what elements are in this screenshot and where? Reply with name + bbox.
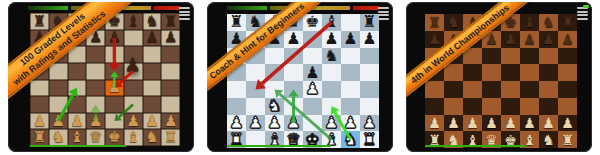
square-f7: ♟ bbox=[520, 31, 539, 48]
square-h6 bbox=[360, 48, 379, 65]
square-e3 bbox=[303, 98, 322, 115]
piece-white-pawn: ♟ bbox=[466, 116, 479, 130]
square-g1: ♞ bbox=[143, 129, 162, 146]
square-e4 bbox=[501, 81, 520, 98]
piece-black-pawn: ♟ bbox=[523, 32, 536, 46]
square-a8: ♜ bbox=[425, 14, 444, 31]
square-c4 bbox=[463, 81, 482, 98]
square-c2: ♟ bbox=[463, 115, 482, 132]
square-e3 bbox=[501, 98, 520, 115]
piece-black-pawn: ♟ bbox=[125, 56, 142, 75]
square-g5 bbox=[143, 63, 162, 80]
square-f6 bbox=[520, 48, 539, 65]
piece-white-rook: ♜ bbox=[164, 130, 177, 145]
square-g7: ♟ bbox=[341, 31, 360, 48]
piece-black-rook: ♜ bbox=[164, 14, 177, 29]
square-f3 bbox=[322, 98, 341, 115]
piece-white-pawn: ♟ bbox=[126, 114, 139, 129]
square-a4 bbox=[227, 81, 246, 98]
square-h8: ♜ bbox=[558, 14, 577, 31]
square-b2: ♟ bbox=[444, 115, 463, 132]
piece-black-knight: ♞ bbox=[542, 15, 555, 29]
piece-white-rook: ♜ bbox=[561, 133, 574, 147]
square-a3 bbox=[425, 98, 444, 115]
square-c5 bbox=[265, 64, 284, 81]
square-g7: ♟ bbox=[143, 30, 162, 47]
square-f4 bbox=[520, 81, 539, 98]
square-h2: ♟ bbox=[360, 115, 379, 132]
square-h6 bbox=[161, 46, 180, 63]
square-e4: ♟ bbox=[303, 81, 322, 98]
square-f2: ♟ bbox=[520, 115, 539, 132]
square-h3 bbox=[558, 98, 577, 115]
square-f8: ♝ bbox=[124, 13, 143, 30]
piece-black-pawn: ♟ bbox=[108, 30, 121, 45]
square-g6 bbox=[143, 46, 162, 63]
square-f5 bbox=[322, 64, 341, 81]
square-c6 bbox=[265, 48, 284, 65]
square-g1: ♞ bbox=[539, 131, 558, 148]
piece-white-pawn: ♟ bbox=[248, 115, 262, 131]
square-d1: ♛ bbox=[86, 129, 105, 146]
piece-white-bishop: ♝ bbox=[126, 130, 139, 145]
menu-icon bbox=[378, 7, 389, 20]
piece-white-knight: ♞ bbox=[542, 133, 555, 147]
square-h2: ♟ bbox=[161, 113, 180, 130]
square-f7 bbox=[124, 30, 143, 47]
square-d6 bbox=[482, 48, 501, 65]
piece-black-pawn: ♟ bbox=[145, 30, 158, 45]
square-f3 bbox=[520, 98, 539, 115]
piece-black-bishop: ♝ bbox=[324, 14, 338, 30]
square-a1: ♜ bbox=[30, 129, 49, 146]
square-d2: ♟ bbox=[482, 115, 501, 132]
square-e7: ♟ bbox=[105, 30, 124, 47]
piece-white-knight: ♞ bbox=[267, 98, 281, 114]
piece-white-pawn: ♟ bbox=[229, 115, 243, 131]
square-g6 bbox=[539, 48, 558, 65]
square-e7 bbox=[303, 31, 322, 48]
square-g4 bbox=[143, 80, 162, 97]
piece-white-pawn: ♟ bbox=[542, 116, 555, 130]
square-g8: ♞ bbox=[143, 13, 162, 30]
piece-white-rook: ♜ bbox=[362, 132, 376, 148]
square-b5 bbox=[444, 64, 463, 81]
square-e2 bbox=[105, 113, 124, 130]
piece-white-pawn: ♟ bbox=[286, 115, 300, 131]
piece-white-pawn: ♟ bbox=[523, 116, 536, 130]
square-g3 bbox=[539, 98, 558, 115]
piece-black-pawn: ♟ bbox=[324, 31, 338, 47]
square-b4 bbox=[49, 80, 68, 97]
square-d7: ♟ bbox=[284, 31, 303, 48]
piece-white-pawn: ♟ bbox=[108, 80, 121, 95]
square-c3: ♞ bbox=[265, 98, 284, 115]
piece-black-bishop: ♝ bbox=[523, 15, 536, 29]
square-c5 bbox=[68, 63, 87, 80]
piece-white-bishop: ♝ bbox=[70, 130, 83, 145]
square-h6 bbox=[558, 48, 577, 65]
square-a2: ♟ bbox=[425, 115, 444, 132]
square-g8: ♞ bbox=[539, 14, 558, 31]
menu-icon bbox=[179, 7, 190, 20]
square-e6 bbox=[105, 46, 124, 63]
meter-green-segment bbox=[28, 6, 68, 10]
bottom-progress-strip bbox=[30, 145, 126, 147]
piece-black-pawn: ♟ bbox=[286, 31, 300, 47]
square-d2: ♟ bbox=[86, 113, 105, 130]
square-e1: ♚ bbox=[105, 129, 124, 146]
square-f2: ♟ bbox=[322, 115, 341, 132]
square-d3 bbox=[284, 98, 303, 115]
square-g2: ♟ bbox=[539, 115, 558, 132]
square-b5 bbox=[246, 64, 265, 81]
piece-black-bishop: ♝ bbox=[126, 14, 139, 29]
piece-white-pawn: ♟ bbox=[428, 116, 441, 130]
square-g5 bbox=[341, 64, 360, 81]
square-d2: ♟ bbox=[284, 115, 303, 132]
piece-white-bishop: ♝ bbox=[523, 133, 536, 147]
square-e5 bbox=[501, 64, 520, 81]
piece-white-pawn: ♟ bbox=[447, 116, 460, 130]
square-d4 bbox=[284, 81, 303, 98]
square-g3 bbox=[341, 98, 360, 115]
square-g7: ♟ bbox=[539, 31, 558, 48]
square-h2: ♟ bbox=[558, 115, 577, 132]
square-f5 bbox=[520, 64, 539, 81]
meter-red-segment bbox=[154, 6, 180, 10]
square-a4 bbox=[30, 80, 49, 97]
piece-white-pawn: ♟ bbox=[267, 115, 281, 131]
square-g4 bbox=[341, 81, 360, 98]
menu-icon bbox=[577, 7, 588, 20]
square-d5 bbox=[86, 63, 105, 80]
square-f2: ♟ bbox=[124, 113, 143, 130]
app-screenshot-3[interactable]: ♜♞♝♛♚♝♞♜♟♟♟♟♟♟♟♟♟♟♟♟♟♟♟♟♜♞♝♛♚♝♞♜ 4th in … bbox=[406, 2, 592, 152]
square-c4 bbox=[68, 80, 87, 97]
piece-white-pawn: ♟ bbox=[51, 114, 64, 129]
square-f1: ♝ bbox=[124, 129, 143, 146]
square-b1: ♞ bbox=[49, 129, 68, 146]
square-f3 bbox=[124, 96, 143, 113]
square-d6 bbox=[284, 48, 303, 65]
square-a2: ♟ bbox=[30, 113, 49, 130]
piece-black-pawn: ♟ bbox=[164, 30, 177, 45]
square-a7: ♟ bbox=[425, 31, 444, 48]
square-g2: ♟ bbox=[341, 115, 360, 132]
square-f7: ♟ bbox=[322, 31, 341, 48]
piece-black-rook: ♜ bbox=[229, 14, 243, 30]
square-g6 bbox=[341, 48, 360, 65]
square-d4 bbox=[482, 81, 501, 98]
square-h3 bbox=[360, 98, 379, 115]
piece-black-pawn: ♟ bbox=[343, 31, 357, 47]
piece-white-pawn: ♟ bbox=[164, 114, 177, 129]
square-a2: ♟ bbox=[227, 115, 246, 132]
square-c2: ♟ bbox=[265, 115, 284, 132]
square-c3 bbox=[68, 96, 87, 113]
square-e2: ♟ bbox=[501, 115, 520, 132]
square-d5 bbox=[284, 64, 303, 81]
piece-black-knight: ♞ bbox=[145, 14, 158, 29]
piece-black-pawn: ♟ bbox=[305, 65, 319, 81]
square-h5 bbox=[360, 64, 379, 81]
square-a3 bbox=[30, 96, 49, 113]
bottom-progress-strip bbox=[425, 145, 525, 147]
square-g2: ♟ bbox=[143, 113, 162, 130]
square-b4 bbox=[246, 81, 265, 98]
square-g1: ♞ bbox=[341, 131, 360, 148]
screenshot-strip: ♜♞♝♛♚♝♞♜♟♟♟♟♟♟♟♟♟♟♟♟♟♟♟♟♜♞♝♛♚♝♞♜ 100 Gra… bbox=[0, 0, 600, 155]
square-b3 bbox=[246, 98, 265, 115]
square-h5 bbox=[558, 64, 577, 81]
square-e6 bbox=[501, 48, 520, 65]
square-h1: ♜ bbox=[360, 131, 379, 148]
piece-white-pawn: ♟ bbox=[324, 115, 338, 131]
app-screenshot-1[interactable]: ♜♞♝♛♚♝♞♜♟♟♟♟♟♟♟♟♟♟♟♟♟♟♟♟♜♞♝♛♚♝♞♜ 100 Gra… bbox=[8, 2, 194, 152]
piece-white-pawn: ♟ bbox=[145, 114, 158, 129]
square-f4 bbox=[124, 80, 143, 97]
piece-black-rook: ♜ bbox=[33, 14, 46, 29]
square-e3 bbox=[105, 96, 124, 113]
piece-black-knight: ♞ bbox=[324, 48, 338, 64]
square-h1: ♜ bbox=[161, 129, 180, 146]
square-f4 bbox=[322, 81, 341, 98]
square-d6 bbox=[86, 46, 105, 63]
piece-white-pawn: ♟ bbox=[362, 115, 376, 131]
square-c3 bbox=[463, 98, 482, 115]
square-h8: ♜ bbox=[161, 13, 180, 30]
bottom-progress-strip bbox=[227, 145, 331, 147]
square-b4 bbox=[444, 81, 463, 98]
piece-black-pawn: ♟ bbox=[504, 32, 517, 46]
square-c5 bbox=[463, 64, 482, 81]
square-g3 bbox=[143, 96, 162, 113]
piece-black-pawn: ♟ bbox=[542, 32, 555, 46]
square-d4 bbox=[86, 80, 105, 97]
meter-green-segment bbox=[227, 6, 267, 10]
square-h7: ♟ bbox=[360, 31, 379, 48]
app-screenshot-2[interactable]: ♜♞♝♛♚♝♜♟♟♟♟♟♟♟♞♟♟♞♟♟♟♟♟♟♟♜♝♛♚♝♞♜ Coach &… bbox=[207, 2, 393, 152]
menu-green-indicator bbox=[583, 5, 589, 8]
piece-white-pawn: ♟ bbox=[70, 114, 83, 129]
square-h7: ♟ bbox=[558, 31, 577, 48]
piece-white-knight: ♞ bbox=[343, 132, 357, 148]
square-d5 bbox=[482, 64, 501, 81]
square-d3 bbox=[86, 96, 105, 113]
square-c1: ♝ bbox=[68, 129, 87, 146]
square-f8: ♝ bbox=[520, 14, 539, 31]
square-h4 bbox=[558, 81, 577, 98]
piece-black-pawn: ♟ bbox=[428, 32, 441, 46]
piece-white-rook: ♜ bbox=[33, 130, 46, 145]
square-g4 bbox=[539, 81, 558, 98]
piece-white-knight: ♞ bbox=[51, 130, 64, 145]
piece-black-pawn: ♟ bbox=[561, 32, 574, 46]
piece-black-rook: ♜ bbox=[362, 14, 376, 30]
piece-white-queen: ♛ bbox=[89, 130, 102, 145]
square-h4 bbox=[360, 81, 379, 98]
piece-black-rook: ♜ bbox=[561, 15, 574, 29]
square-d3 bbox=[482, 98, 501, 115]
square-a3 bbox=[227, 98, 246, 115]
square-f5: ♟ bbox=[124, 63, 143, 80]
piece-white-pawn: ♟ bbox=[561, 116, 574, 130]
square-e4: ♟ bbox=[105, 80, 124, 97]
chess-board-wood-top: ♜♞♝♛♚♝♞♜♟♟♟♟♟♟♟♟♟♟♟♟♟♟♟♟♜♞♝♛♚♝♞♜ bbox=[425, 14, 577, 148]
square-b2: ♟ bbox=[49, 113, 68, 130]
square-e6 bbox=[303, 48, 322, 65]
piece-black-knight: ♞ bbox=[447, 15, 460, 29]
piece-black-rook: ♜ bbox=[428, 15, 441, 29]
piece-white-pawn: ♟ bbox=[485, 116, 498, 130]
square-b8: ♞ bbox=[444, 14, 463, 31]
square-h5 bbox=[161, 63, 180, 80]
square-b3 bbox=[49, 96, 68, 113]
square-c2: ♟ bbox=[68, 113, 87, 130]
piece-white-pawn: ♟ bbox=[343, 115, 357, 131]
square-g5 bbox=[539, 64, 558, 81]
square-h3 bbox=[161, 96, 180, 113]
piece-white-king: ♚ bbox=[108, 130, 121, 145]
square-h7: ♟ bbox=[161, 30, 180, 47]
piece-white-pawn: ♟ bbox=[504, 116, 517, 130]
square-e7: ♟ bbox=[501, 31, 520, 48]
square-f6: ♞ bbox=[322, 48, 341, 65]
square-e2 bbox=[303, 115, 322, 132]
square-e8: ♚ bbox=[303, 14, 322, 31]
square-a8: ♜ bbox=[30, 13, 49, 30]
piece-white-pawn: ♟ bbox=[305, 81, 319, 97]
square-b5 bbox=[49, 63, 68, 80]
piece-white-pawn: ♟ bbox=[89, 114, 102, 129]
square-e5 bbox=[105, 63, 124, 80]
square-a4 bbox=[425, 81, 444, 98]
square-b3 bbox=[444, 98, 463, 115]
square-h4 bbox=[161, 80, 180, 97]
piece-white-knight: ♞ bbox=[145, 130, 158, 145]
piece-black-king: ♚ bbox=[305, 14, 319, 30]
square-h1: ♜ bbox=[558, 131, 577, 148]
meter-red-segment bbox=[353, 6, 379, 10]
square-b2: ♟ bbox=[246, 115, 265, 132]
piece-black-pawn: ♟ bbox=[362, 31, 376, 47]
piece-white-pawn: ♟ bbox=[33, 114, 46, 129]
